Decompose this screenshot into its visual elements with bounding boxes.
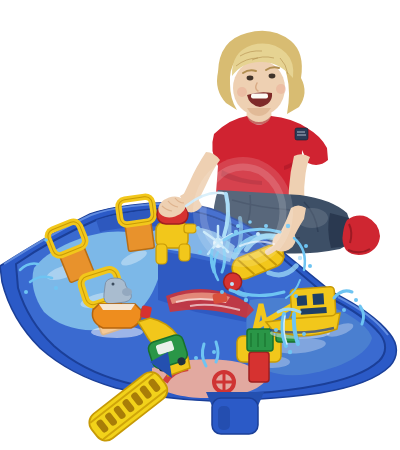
right-eye [269,74,276,79]
cheek-blush [276,84,286,94]
ferry-window [297,295,308,306]
case-foot [206,392,264,434]
foot-shade [218,406,230,430]
teeth [251,94,268,99]
hippo-snout [122,288,132,296]
pump-spout [184,224,196,233]
scene-illustration [0,0,400,450]
watermark [193,157,293,267]
ferry-window [312,293,324,305]
cheek-blush [237,87,247,97]
crane-red-post [249,352,269,382]
hippo-eye [112,283,115,286]
pump-leg [156,244,167,264]
sleeve-badge [295,128,308,140]
product-photo [0,0,400,450]
left-eye [247,76,254,81]
boat-deck [99,304,135,310]
pump-leg [179,244,190,261]
